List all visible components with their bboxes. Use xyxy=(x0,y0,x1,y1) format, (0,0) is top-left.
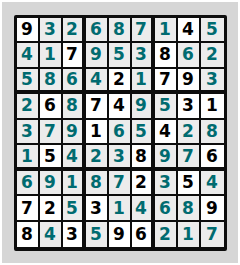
cell-r7c2[interactable]: 9 xyxy=(40,171,63,197)
cell-r3c3[interactable]: 6 xyxy=(63,69,86,95)
cell-r8c2[interactable]: 2 xyxy=(40,196,63,222)
cell-r5c5[interactable]: 6 xyxy=(109,120,132,146)
cell-r1c5[interactable]: 8 xyxy=(109,18,132,44)
cell-r1c4[interactable]: 6 xyxy=(86,18,109,44)
cell-r6c8[interactable]: 7 xyxy=(178,145,201,171)
cell-r1c1[interactable]: 9 xyxy=(17,18,40,44)
cell-r9c2[interactable]: 4 xyxy=(40,222,63,248)
cell-r5c1[interactable]: 3 xyxy=(17,120,40,146)
cell-r5c7[interactable]: 4 xyxy=(155,120,178,146)
cell-r8c6[interactable]: 4 xyxy=(132,196,155,222)
cell-r9c3[interactable]: 3 xyxy=(63,222,86,248)
cell-r1c9[interactable]: 5 xyxy=(201,18,224,44)
cell-r4c5[interactable]: 4 xyxy=(109,94,132,120)
cell-r8c7[interactable]: 6 xyxy=(155,196,178,222)
cell-r3c6[interactable]: 1 xyxy=(132,69,155,95)
cell-r4c2[interactable]: 6 xyxy=(40,94,63,120)
cell-r7c3[interactable]: 1 xyxy=(63,171,86,197)
cell-r3c8[interactable]: 9 xyxy=(178,69,201,95)
cell-r4c9[interactable]: 1 xyxy=(201,94,224,120)
cell-r1c2[interactable]: 3 xyxy=(40,18,63,44)
cell-r5c6[interactable]: 5 xyxy=(132,120,155,146)
cell-r5c8[interactable]: 2 xyxy=(178,120,201,146)
cell-r2c8[interactable]: 6 xyxy=(178,43,201,69)
cell-r1c3[interactable]: 2 xyxy=(63,18,86,44)
cell-r7c6[interactable]: 2 xyxy=(132,171,155,197)
cell-r3c7[interactable]: 7 xyxy=(155,69,178,95)
cell-r7c9[interactable]: 4 xyxy=(201,171,224,197)
cell-r7c7[interactable]: 3 xyxy=(155,171,178,197)
cell-r9c8[interactable]: 1 xyxy=(178,222,201,248)
cell-r1c8[interactable]: 4 xyxy=(178,18,201,44)
cell-r2c6[interactable]: 3 xyxy=(132,43,155,69)
cell-r2c5[interactable]: 5 xyxy=(109,43,132,69)
cell-r3c5[interactable]: 2 xyxy=(109,69,132,95)
cell-r3c9[interactable]: 3 xyxy=(201,69,224,95)
cell-r9c5[interactable]: 9 xyxy=(109,222,132,248)
cell-r9c6[interactable]: 6 xyxy=(132,222,155,248)
cell-r4c8[interactable]: 3 xyxy=(178,94,201,120)
cell-r2c7[interactable]: 8 xyxy=(155,43,178,69)
cell-r8c8[interactable]: 8 xyxy=(178,196,201,222)
cell-r1c6[interactable]: 7 xyxy=(132,18,155,44)
cell-r6c2[interactable]: 5 xyxy=(40,145,63,171)
cell-r8c9[interactable]: 9 xyxy=(201,196,224,222)
cell-r6c9[interactable]: 6 xyxy=(201,145,224,171)
cell-r7c5[interactable]: 7 xyxy=(109,171,132,197)
cell-r3c2[interactable]: 8 xyxy=(40,69,63,95)
cell-r4c6[interactable]: 9 xyxy=(132,94,155,120)
cell-r6c6[interactable]: 8 xyxy=(132,145,155,171)
cell-r3c4[interactable]: 4 xyxy=(86,69,109,95)
cell-r8c1[interactable]: 7 xyxy=(17,196,40,222)
cell-r7c8[interactable]: 5 xyxy=(178,171,201,197)
cell-r2c4[interactable]: 9 xyxy=(86,43,109,69)
cell-r5c9[interactable]: 8 xyxy=(201,120,224,146)
cell-r2c3[interactable]: 7 xyxy=(63,43,86,69)
cell-r4c1[interactable]: 2 xyxy=(17,94,40,120)
cell-r6c7[interactable]: 9 xyxy=(155,145,178,171)
cell-r4c3[interactable]: 8 xyxy=(63,94,86,120)
cell-r2c2[interactable]: 1 xyxy=(40,43,63,69)
cell-r7c1[interactable]: 6 xyxy=(17,171,40,197)
cell-r9c4[interactable]: 5 xyxy=(86,222,109,248)
cell-r4c7[interactable]: 5 xyxy=(155,94,178,120)
cell-r2c9[interactable]: 2 xyxy=(201,43,224,69)
cell-r4c4[interactable]: 7 xyxy=(86,94,109,120)
cell-r6c3[interactable]: 4 xyxy=(63,145,86,171)
cell-r5c4[interactable]: 1 xyxy=(86,120,109,146)
sudoku-board: 9326871454179538625864217932687495313791… xyxy=(14,15,227,251)
cell-r2c1[interactable]: 4 xyxy=(17,43,40,69)
cell-r6c1[interactable]: 1 xyxy=(17,145,40,171)
cell-r8c5[interactable]: 1 xyxy=(109,196,132,222)
cell-r7c4[interactable]: 8 xyxy=(86,171,109,197)
cell-r8c3[interactable]: 5 xyxy=(63,196,86,222)
sudoku-app: 9326871454179538625864217932687495313791… xyxy=(0,0,240,265)
cell-r6c5[interactable]: 3 xyxy=(109,145,132,171)
cell-r1c7[interactable]: 1 xyxy=(155,18,178,44)
cell-r3c1[interactable]: 5 xyxy=(17,69,40,95)
cell-r9c1[interactable]: 8 xyxy=(17,222,40,248)
cell-r6c4[interactable]: 2 xyxy=(86,145,109,171)
cell-r9c7[interactable]: 2 xyxy=(155,222,178,248)
cell-r9c9[interactable]: 7 xyxy=(201,222,224,248)
cell-r5c3[interactable]: 9 xyxy=(63,120,86,146)
cell-r8c4[interactable]: 3 xyxy=(86,196,109,222)
cell-r5c2[interactable]: 7 xyxy=(40,120,63,146)
